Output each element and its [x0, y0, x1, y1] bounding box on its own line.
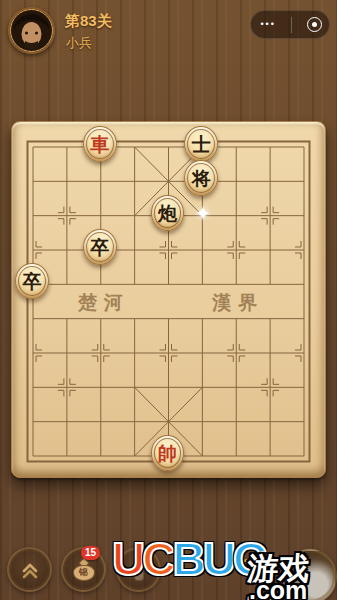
wechat-capsule: •••	[250, 10, 330, 39]
board-point[interactable]	[252, 438, 286, 472]
board-point[interactable]	[286, 266, 320, 300]
board-point[interactable]	[184, 232, 218, 266]
collapse-button[interactable]	[7, 547, 52, 592]
board-point[interactable]	[15, 404, 49, 438]
board-point[interactable]: 帥	[151, 438, 185, 472]
board-point[interactable]	[15, 335, 49, 369]
board-point[interactable]	[49, 163, 83, 197]
board-point[interactable]	[252, 369, 286, 403]
piece-black-advisor[interactable]: 士	[184, 126, 218, 162]
board-point[interactable]: 卒	[15, 266, 49, 300]
board-point[interactable]	[218, 232, 252, 266]
board-point[interactable]	[49, 301, 83, 335]
item-button[interactable]	[116, 547, 161, 592]
double-chevron-up-icon	[18, 558, 42, 582]
board-point[interactable]	[286, 335, 320, 369]
board-point[interactable]	[117, 404, 151, 438]
board-point[interactable]	[252, 404, 286, 438]
board-point[interactable]	[252, 266, 286, 300]
piece-black-general[interactable]: 将	[184, 160, 218, 196]
board-point[interactable]	[49, 335, 83, 369]
board-point[interactable]: 士	[184, 129, 218, 163]
stage-name: 小兵	[66, 34, 92, 52]
board-point[interactable]	[151, 335, 185, 369]
board-point[interactable]	[151, 301, 185, 335]
piece-red-chariot[interactable]: 車	[83, 126, 117, 162]
board-point[interactable]	[49, 369, 83, 403]
board-point[interactable]	[218, 198, 252, 232]
board-point[interactable]	[117, 129, 151, 163]
board-point[interactable]	[15, 198, 49, 232]
board-point[interactable]	[218, 301, 252, 335]
board-point[interactable]	[252, 198, 286, 232]
board-point[interactable]	[15, 129, 49, 163]
board-point[interactable]	[117, 335, 151, 369]
board-point[interactable]	[286, 198, 320, 232]
board-point[interactable]	[184, 266, 218, 300]
brocade-bag-icon: 锦	[72, 559, 96, 581]
board-point[interactable]	[286, 404, 320, 438]
board-point[interactable]	[15, 438, 49, 472]
board-point[interactable]	[252, 301, 286, 335]
board-point[interactable]	[252, 335, 286, 369]
board-point[interactable]	[286, 369, 320, 403]
board-point[interactable]	[117, 163, 151, 197]
avatar[interactable]	[8, 7, 55, 54]
board-point[interactable]	[15, 232, 49, 266]
board-point[interactable]	[49, 198, 83, 232]
board-point[interactable]	[218, 369, 252, 403]
board-point[interactable]	[151, 266, 185, 300]
coin-amount: 200	[243, 556, 266, 572]
board-point[interactable]	[117, 369, 151, 403]
board-point[interactable]	[117, 438, 151, 472]
exit-icon[interactable]	[307, 17, 322, 32]
piece-red-general[interactable]: 帥	[151, 435, 185, 471]
board-point[interactable]	[83, 335, 117, 369]
board-point[interactable]	[252, 129, 286, 163]
scroll-icon	[134, 559, 144, 581]
bag-label: 锦	[79, 566, 88, 579]
board-point[interactable]	[83, 404, 117, 438]
board-point[interactable]	[252, 163, 286, 197]
board-point[interactable]	[286, 232, 320, 266]
board-point[interactable]	[117, 232, 151, 266]
board-point[interactable]	[15, 163, 49, 197]
board-point[interactable]	[83, 369, 117, 403]
board-point[interactable]	[151, 404, 185, 438]
board-point[interactable]	[218, 404, 252, 438]
more-options-icon[interactable]: •••	[258, 20, 275, 29]
sparkle-effect: ✦	[193, 204, 213, 224]
board-point[interactable]	[151, 232, 185, 266]
board-point[interactable]	[83, 163, 117, 197]
piece-black-cannon[interactable]: 炮	[151, 195, 185, 231]
board-point[interactable]	[15, 369, 49, 403]
board-point[interactable]	[218, 438, 252, 472]
piece-black-soldier[interactable]: 卒	[15, 263, 49, 299]
board-point[interactable]	[117, 266, 151, 300]
board-point[interactable]	[286, 438, 320, 472]
board-point[interactable]	[49, 266, 83, 300]
capsule-divider	[291, 17, 292, 33]
avatar-portrait	[8, 7, 55, 54]
board-point[interactable]	[49, 232, 83, 266]
board-point[interactable]: 炮	[151, 198, 185, 232]
board-point[interactable]	[286, 301, 320, 335]
board-point[interactable]: 車	[83, 129, 117, 163]
board-point[interactable]	[117, 301, 151, 335]
board-point[interactable]: 将	[184, 163, 218, 197]
board-point[interactable]	[117, 198, 151, 232]
board-point[interactable]	[151, 163, 185, 197]
board-point[interactable]	[83, 438, 117, 472]
board-point[interactable]	[252, 232, 286, 266]
board-point[interactable]	[83, 198, 117, 232]
board-point[interactable]	[184, 404, 218, 438]
board-grid: 車士将炮卒卒帥	[15, 129, 320, 472]
board-point[interactable]	[218, 163, 252, 197]
board-point[interactable]	[218, 335, 252, 369]
board-point[interactable]	[15, 301, 49, 335]
board-point[interactable]	[184, 301, 218, 335]
board-point[interactable]	[83, 301, 117, 335]
board-point[interactable]	[49, 404, 83, 438]
board-point[interactable]	[218, 266, 252, 300]
board-point[interactable]	[151, 369, 185, 403]
board-point[interactable]	[83, 266, 117, 300]
board-point[interactable]	[184, 369, 218, 403]
board-point[interactable]	[49, 438, 83, 472]
board-point[interactable]	[286, 129, 320, 163]
board-point[interactable]	[49, 129, 83, 163]
board-point[interactable]	[184, 438, 218, 472]
board-point[interactable]	[184, 335, 218, 369]
xiangqi-level-screen: 第83关 小兵 ••• 楚河漢界 車士将炮卒卒帥 ✦ 锦 15 200 UCBU…	[0, 0, 337, 600]
board-point[interactable]	[286, 163, 320, 197]
board-point[interactable]: 卒	[83, 232, 117, 266]
bag-count-badge: 15	[81, 546, 100, 560]
level-label: 第83关	[65, 12, 112, 31]
piece-black-soldier[interactable]: 卒	[83, 229, 117, 265]
board-point[interactable]	[218, 129, 252, 163]
misc-button[interactable]	[282, 549, 337, 600]
board-point[interactable]	[151, 129, 185, 163]
